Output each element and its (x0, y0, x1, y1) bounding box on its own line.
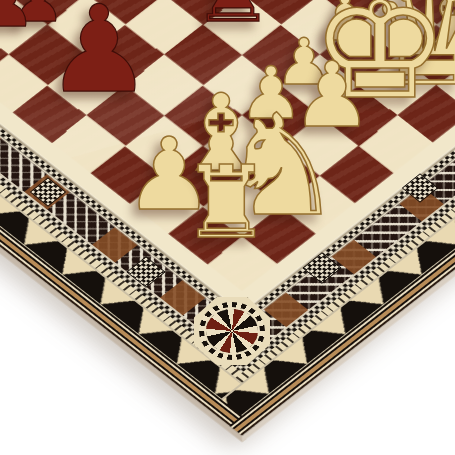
pieces-layer: ♟♜♟♟♝♟♛♟♚♟♟♝♟♞♜ (0, 0, 455, 455)
piece-red-pawn: ♟ (0, 0, 36, 37)
board-photo-stage: ♟♜♟♟♝♟♛♟♚♟♟♝♟♞♜ (0, 0, 455, 455)
piece-white-rook: ♜ (181, 153, 271, 253)
piece-red-pawn: ♟ (45, 0, 153, 110)
piece-red-rook: ♜ (192, 0, 274, 36)
